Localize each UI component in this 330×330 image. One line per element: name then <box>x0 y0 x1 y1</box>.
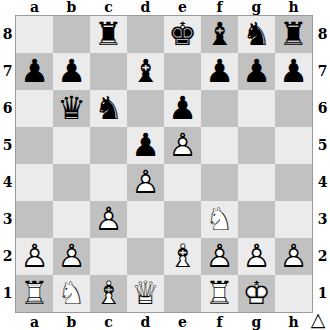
piece-white-pawn: ♙ <box>164 127 201 164</box>
file-label-top-g: g <box>247 0 267 15</box>
square-g8[interactable]: ♞ <box>238 16 275 53</box>
file-label-top-d: d <box>136 0 156 15</box>
rank-label-left-3: 3 <box>0 212 15 227</box>
piece-fill: ♞ <box>201 201 238 238</box>
white-to-move-indicator: △ <box>307 308 329 330</box>
square-d6[interactable] <box>127 90 164 127</box>
square-h7[interactable]: ♟ <box>275 53 312 90</box>
piece-black-pawn: ♟ <box>53 53 90 90</box>
square-e8[interactable]: ♚ <box>164 16 201 53</box>
piece-fill: ♟ <box>238 238 275 275</box>
rank-label-right-3: 3 <box>315 212 330 227</box>
square-g7[interactable]: ♟ <box>238 53 275 90</box>
square-c1[interactable]: ♝♗ <box>90 275 127 312</box>
piece-white-rook: ♖ <box>201 275 238 312</box>
square-c8[interactable]: ♜ <box>90 16 127 53</box>
square-e5[interactable]: ♟♙ <box>164 127 201 164</box>
rank-label-right-4: 4 <box>315 175 330 190</box>
square-f2[interactable]: ♟♙ <box>201 238 238 275</box>
piece-white-bishop: ♗ <box>164 238 201 275</box>
rank-label-right-7: 7 <box>315 64 330 79</box>
piece-black-pawn: ♟ <box>127 127 164 164</box>
piece-black-pawn: ♟ <box>275 53 312 90</box>
square-c6[interactable]: ♞ <box>90 90 127 127</box>
rank-label-left-2: 2 <box>0 249 15 264</box>
square-g5[interactable] <box>238 127 275 164</box>
piece-black-queen: ♛ <box>53 90 90 127</box>
piece-white-pawn: ♙ <box>238 238 275 275</box>
rank-label-left-1: 1 <box>0 286 15 301</box>
piece-black-pawn: ♟ <box>16 53 53 90</box>
square-c2[interactable] <box>90 238 127 275</box>
file-label-top-f: f <box>210 0 230 15</box>
square-h4[interactable] <box>275 164 312 201</box>
file-label-bottom-h: h <box>284 315 304 330</box>
square-e3[interactable] <box>164 201 201 238</box>
square-d3[interactable] <box>127 201 164 238</box>
square-d5[interactable]: ♟ <box>127 127 164 164</box>
piece-black-pawn: ♟ <box>164 90 201 127</box>
square-d8[interactable] <box>127 16 164 53</box>
piece-white-king: ♔ <box>238 275 275 312</box>
square-f4[interactable] <box>201 164 238 201</box>
file-label-top-c: c <box>99 0 119 15</box>
piece-fill: ♜ <box>16 275 53 312</box>
piece-fill: ♚ <box>238 275 275 312</box>
piece-black-knight: ♞ <box>238 16 275 53</box>
file-label-bottom-d: d <box>136 315 156 330</box>
square-f6[interactable] <box>201 90 238 127</box>
square-a2[interactable]: ♟♙ <box>16 238 53 275</box>
square-b5[interactable] <box>53 127 90 164</box>
piece-white-pawn: ♙ <box>127 164 164 201</box>
square-b3[interactable] <box>53 201 90 238</box>
square-f3[interactable]: ♞♘ <box>201 201 238 238</box>
square-g3[interactable] <box>238 201 275 238</box>
piece-fill: ♟ <box>127 164 164 201</box>
piece-white-pawn: ♙ <box>16 238 53 275</box>
rank-label-left-5: 5 <box>0 138 15 153</box>
piece-fill: ♜ <box>201 275 238 312</box>
rank-label-right-5: 5 <box>315 138 330 153</box>
file-label-bottom-c: c <box>99 315 119 330</box>
rank-label-right-1: 1 <box>315 286 330 301</box>
square-g4[interactable] <box>238 164 275 201</box>
piece-black-pawn: ♟ <box>201 53 238 90</box>
square-h6[interactable] <box>275 90 312 127</box>
square-b8[interactable] <box>53 16 90 53</box>
piece-white-rook: ♖ <box>16 275 53 312</box>
square-b6[interactable]: ♛ <box>53 90 90 127</box>
square-a6[interactable] <box>16 90 53 127</box>
square-f7[interactable]: ♟ <box>201 53 238 90</box>
square-a1[interactable]: ♜♖ <box>16 275 53 312</box>
chess-board: ♜♚♝♞♜♟♟♝♟♟♟♛♞♟♟♟♙♟♙♟♙♞♘♟♙♟♙♝♗♟♙♟♙♟♙♜♖♞♘♝… <box>15 15 313 313</box>
square-h5[interactable] <box>275 127 312 164</box>
file-label-top-a: a <box>25 0 45 15</box>
piece-white-pawn: ♙ <box>275 238 312 275</box>
rank-label-left-8: 8 <box>0 27 15 42</box>
piece-white-pawn: ♙ <box>53 238 90 275</box>
piece-fill: ♟ <box>275 238 312 275</box>
file-label-bottom-b: b <box>62 315 82 330</box>
square-e1[interactable] <box>164 275 201 312</box>
square-b1[interactable]: ♞♘ <box>53 275 90 312</box>
square-a3[interactable] <box>16 201 53 238</box>
rank-label-left-4: 4 <box>0 175 15 190</box>
piece-fill: ♟ <box>90 201 127 238</box>
square-c4[interactable] <box>90 164 127 201</box>
square-c5[interactable] <box>90 127 127 164</box>
piece-fill: ♟ <box>53 238 90 275</box>
square-h1[interactable] <box>275 275 312 312</box>
piece-white-pawn: ♙ <box>90 201 127 238</box>
square-f1[interactable]: ♜♖ <box>201 275 238 312</box>
square-d2[interactable] <box>127 238 164 275</box>
square-g6[interactable] <box>238 90 275 127</box>
square-g2[interactable]: ♟♙ <box>238 238 275 275</box>
square-f5[interactable] <box>201 127 238 164</box>
piece-fill: ♝ <box>90 275 127 312</box>
rank-label-right-6: 6 <box>315 101 330 116</box>
square-e4[interactable] <box>164 164 201 201</box>
rank-label-right-2: 2 <box>315 249 330 264</box>
square-d1[interactable]: ♛♕ <box>127 275 164 312</box>
piece-black-bishop: ♝ <box>201 16 238 53</box>
piece-black-rook: ♜ <box>90 16 127 53</box>
file-label-bottom-f: f <box>210 315 230 330</box>
square-b7[interactable]: ♟ <box>53 53 90 90</box>
square-e6[interactable]: ♟ <box>164 90 201 127</box>
square-d4[interactable]: ♟♙ <box>127 164 164 201</box>
piece-fill: ♟ <box>164 127 201 164</box>
piece-fill: ♝ <box>164 238 201 275</box>
square-a5[interactable] <box>16 127 53 164</box>
square-b4[interactable] <box>53 164 90 201</box>
piece-black-bishop: ♝ <box>127 53 164 90</box>
piece-white-knight: ♘ <box>53 275 90 312</box>
file-label-top-e: e <box>173 0 193 15</box>
square-c3[interactable]: ♟♙ <box>90 201 127 238</box>
square-b2[interactable]: ♟♙ <box>53 238 90 275</box>
piece-white-pawn: ♙ <box>201 238 238 275</box>
square-h3[interactable] <box>275 201 312 238</box>
rank-label-right-8: 8 <box>315 27 330 42</box>
piece-black-rook: ♜ <box>275 16 312 53</box>
piece-black-king: ♚ <box>164 16 201 53</box>
square-g1[interactable]: ♚♔ <box>238 275 275 312</box>
piece-white-knight: ♘ <box>201 201 238 238</box>
piece-black-knight: ♞ <box>90 90 127 127</box>
square-h8[interactable]: ♜ <box>275 16 312 53</box>
file-label-bottom-e: e <box>173 315 193 330</box>
rank-label-left-7: 7 <box>0 64 15 79</box>
piece-fill: ♟ <box>16 238 53 275</box>
square-a4[interactable] <box>16 164 53 201</box>
piece-fill: ♞ <box>53 275 90 312</box>
piece-fill: ♛ <box>127 275 164 312</box>
file-label-bottom-g: g <box>247 315 267 330</box>
square-f8[interactable]: ♝ <box>201 16 238 53</box>
square-c7[interactable] <box>90 53 127 90</box>
piece-fill: ♟ <box>201 238 238 275</box>
square-a7[interactable]: ♟ <box>16 53 53 90</box>
file-label-top-b: b <box>62 0 82 15</box>
file-label-top-h: h <box>284 0 304 15</box>
square-e7[interactable] <box>164 53 201 90</box>
square-h2[interactable]: ♟♙ <box>275 238 312 275</box>
file-label-bottom-a: a <box>25 315 45 330</box>
piece-white-bishop: ♗ <box>90 275 127 312</box>
square-a8[interactable] <box>16 16 53 53</box>
piece-white-queen: ♕ <box>127 275 164 312</box>
piece-black-pawn: ♟ <box>238 53 275 90</box>
square-d7[interactable]: ♝ <box>127 53 164 90</box>
chess-diagram: ♜♚♝♞♜♟♟♝♟♟♟♛♞♟♟♟♙♟♙♟♙♞♘♟♙♟♙♝♗♟♙♟♙♟♙♜♖♞♘♝… <box>0 0 330 330</box>
rank-label-left-6: 6 <box>0 101 15 116</box>
square-e2[interactable]: ♝♗ <box>164 238 201 275</box>
